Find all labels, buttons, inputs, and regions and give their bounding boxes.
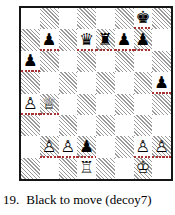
square-f6[interactable] — [115, 51, 134, 72]
square-a4[interactable]: ♟♙ — [21, 94, 40, 115]
white-rook-d1: ♖ — [77, 158, 96, 179]
white-piece-fill: ♜ — [77, 158, 96, 179]
square-b1[interactable] — [40, 158, 59, 179]
white-piece-fill: ♟ — [59, 136, 78, 157]
square-c8[interactable] — [59, 8, 78, 29]
square-f3[interactable] — [115, 115, 134, 136]
square-a3[interactable] — [21, 115, 40, 136]
square-c3[interactable] — [59, 115, 78, 136]
square-e6[interactable] — [96, 51, 115, 72]
square-f2[interactable] — [115, 136, 134, 157]
square-e8[interactable] — [96, 8, 115, 29]
square-c4[interactable] — [59, 94, 78, 115]
black-pawn-f7: ♟ — [115, 29, 134, 50]
square-a7[interactable] — [21, 29, 40, 50]
white-piece-fill: ♟ — [134, 136, 153, 157]
square-d6[interactable] — [77, 51, 96, 72]
puzzle-number: 19. — [3, 192, 19, 207]
square-e1[interactable] — [96, 158, 115, 179]
square-c6[interactable] — [59, 51, 78, 72]
square-f5[interactable] — [115, 72, 134, 93]
square-a5[interactable] — [21, 72, 40, 93]
square-e3[interactable] — [96, 115, 115, 136]
square-d5[interactable] — [77, 72, 96, 93]
square-g8[interactable]: ♚ — [134, 8, 153, 29]
square-e5[interactable] — [96, 72, 115, 93]
square-d2[interactable]: ♟ — [77, 136, 96, 157]
square-e7[interactable]: ♜ — [96, 29, 115, 50]
black-pawn-h5: ♟ — [152, 72, 171, 93]
square-a6[interactable]: ♟ — [21, 51, 40, 72]
square-b5[interactable] — [40, 72, 59, 93]
square-f8[interactable] — [115, 8, 134, 29]
square-e2[interactable] — [96, 136, 115, 157]
square-a1[interactable] — [21, 158, 40, 179]
square-b2[interactable]: ♟♙ — [40, 136, 59, 157]
square-f7[interactable]: ♟ — [115, 29, 134, 50]
square-c7[interactable] — [59, 29, 78, 50]
square-h3[interactable] — [152, 115, 171, 136]
square-b6[interactable] — [40, 51, 59, 72]
square-d7[interactable]: ♛ — [77, 29, 96, 50]
square-g5[interactable] — [134, 72, 153, 93]
square-b7[interactable]: ♟ — [40, 29, 59, 50]
square-e4[interactable] — [96, 94, 115, 115]
black-pawn-d2: ♟ — [77, 136, 96, 157]
square-g6[interactable] — [134, 51, 153, 72]
white-pawn-g2: ♙ — [134, 136, 153, 157]
square-a2[interactable] — [21, 136, 40, 157]
square-f4[interactable] — [115, 94, 134, 115]
white-piece-fill: ♚ — [134, 158, 153, 179]
square-d1[interactable]: ♜♖ — [77, 158, 96, 179]
square-h1[interactable] — [152, 158, 171, 179]
square-g4[interactable] — [134, 94, 153, 115]
white-queen-b4: ♕ — [40, 94, 59, 115]
square-d4[interactable] — [77, 94, 96, 115]
square-h6[interactable] — [152, 51, 171, 72]
square-h8[interactable] — [152, 8, 171, 29]
black-king-g8: ♚ — [134, 8, 153, 29]
square-g2[interactable]: ♟♙ — [134, 136, 153, 157]
square-b3[interactable] — [40, 115, 59, 136]
square-c1[interactable] — [59, 158, 78, 179]
white-piece-fill: ♛ — [40, 94, 59, 115]
white-king-g1: ♔ — [134, 158, 153, 179]
black-queen-d7: ♛ — [77, 29, 96, 50]
square-g7[interactable]: ♟ — [134, 29, 153, 50]
figure: ♚♟♛♜♟♟♟♟♟♙♛♕♟♙♟♙♟♟♙♟♙♜♖♚♔ 19.Black to mo… — [0, 0, 175, 215]
square-h2[interactable]: ♟♙ — [152, 136, 171, 157]
white-pawn-h2: ♙ — [152, 136, 171, 157]
square-f1[interactable] — [115, 158, 134, 179]
square-h7[interactable] — [152, 29, 171, 50]
white-piece-fill: ♟ — [21, 94, 40, 115]
square-a8[interactable] — [21, 8, 40, 29]
white-pawn-c2: ♙ — [59, 136, 78, 157]
white-pawn-a4: ♙ — [21, 94, 40, 115]
square-g3[interactable] — [134, 115, 153, 136]
square-h4[interactable] — [152, 94, 171, 115]
white-pawn-b2: ♙ — [40, 136, 59, 157]
black-pawn-b7: ♟ — [40, 29, 59, 50]
square-h5[interactable]: ♟ — [152, 72, 171, 93]
black-pawn-a6: ♟ — [21, 51, 40, 72]
square-g1[interactable]: ♚♔ — [134, 158, 153, 179]
caption-text: Black to move (decoy7) — [26, 192, 151, 207]
chess-board: ♚♟♛♜♟♟♟♟♟♙♛♕♟♙♟♙♟♟♙♟♙♜♖♚♔ — [19, 6, 173, 181]
white-piece-fill: ♟ — [40, 136, 59, 157]
square-d8[interactable] — [77, 8, 96, 29]
square-d3[interactable] — [77, 115, 96, 136]
black-pawn-g7: ♟ — [134, 29, 153, 50]
square-b8[interactable] — [40, 8, 59, 29]
black-rook-e7: ♜ — [96, 29, 115, 50]
white-piece-fill: ♟ — [152, 136, 171, 157]
caption: 19.Black to move (decoy7) — [3, 192, 173, 208]
square-b4[interactable]: ♛♕ — [40, 94, 59, 115]
square-c2[interactable]: ♟♙ — [59, 136, 78, 157]
square-c5[interactable] — [59, 72, 78, 93]
